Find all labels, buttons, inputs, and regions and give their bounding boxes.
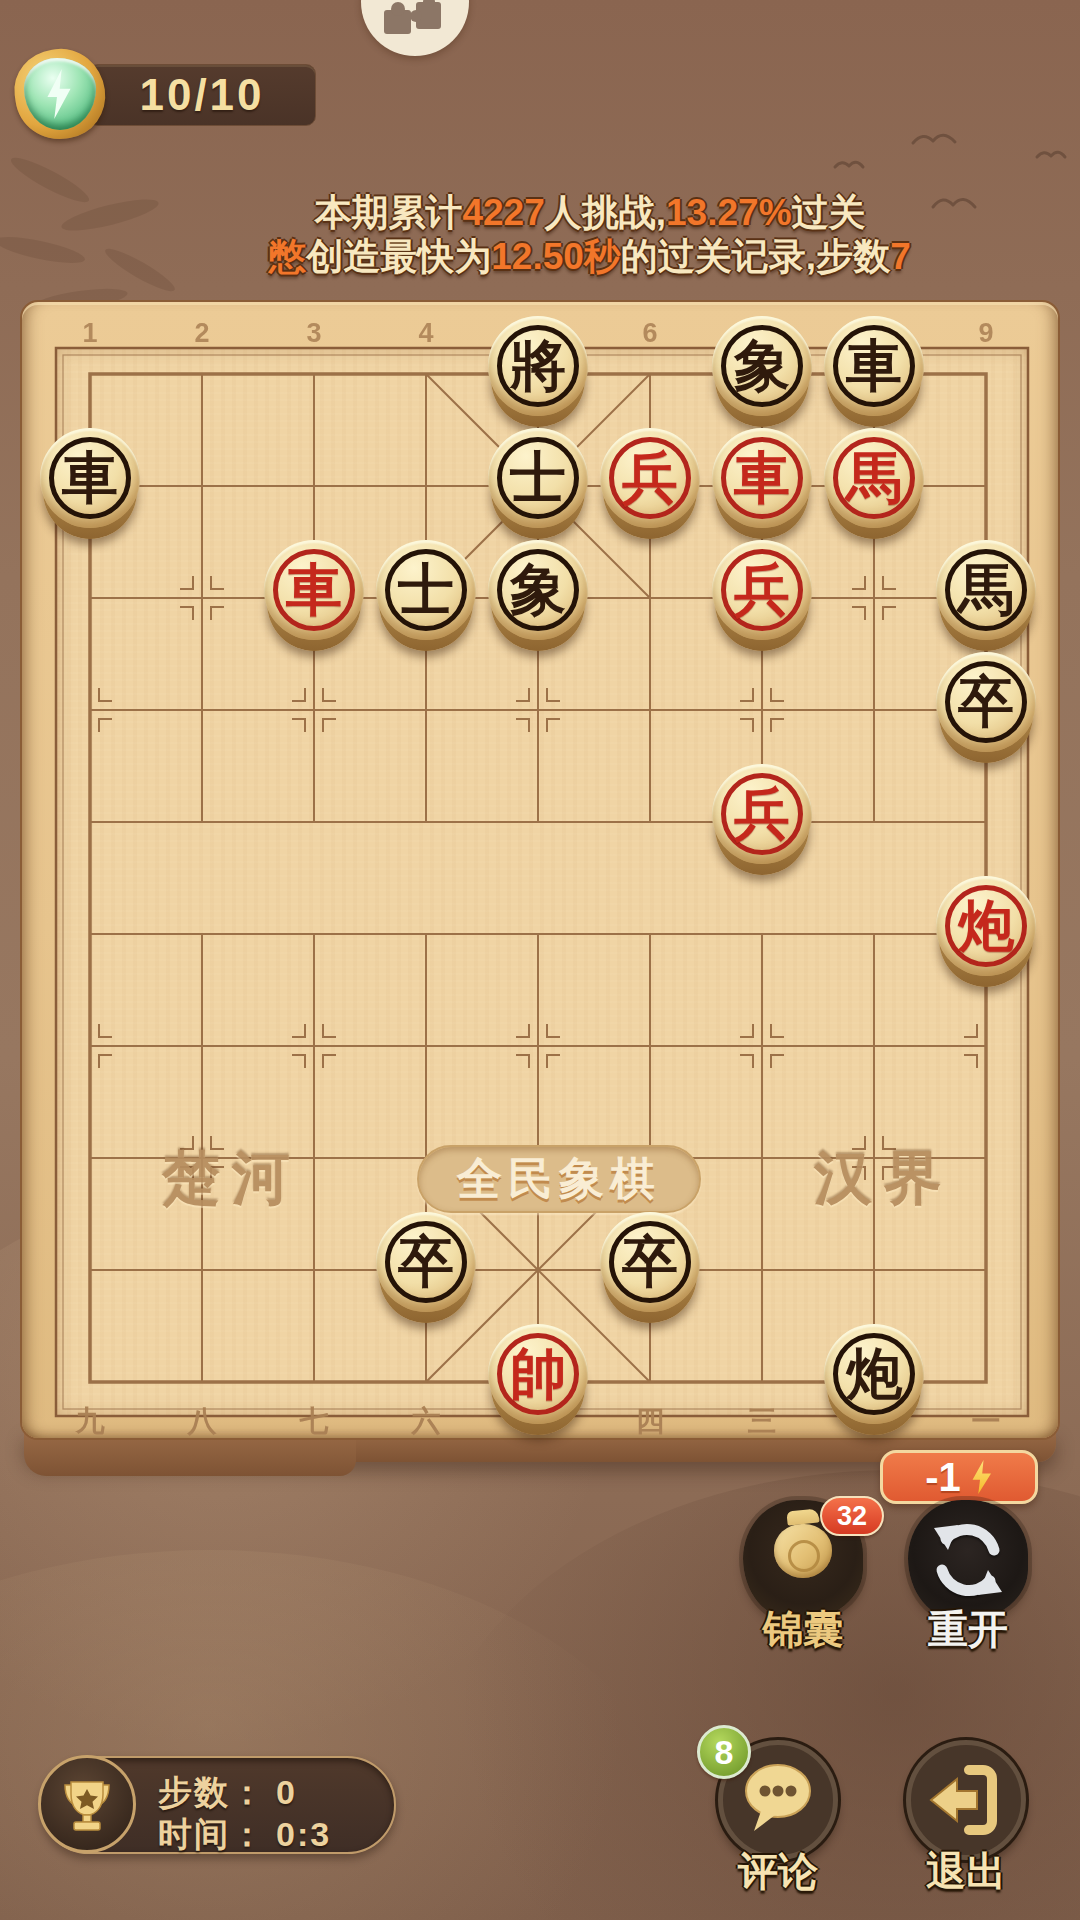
piece-red-馬[interactable]: 馬	[824, 428, 924, 540]
file-label-top: 2	[180, 318, 224, 349]
trophy-circle	[38, 1755, 136, 1853]
file-label-bottom: 九	[68, 1402, 112, 1442]
river-text-left: 楚河	[102, 1147, 362, 1211]
comments-label: 评论	[708, 1844, 848, 1899]
piece-black-象[interactable]: 象	[712, 316, 812, 428]
text: 的过关记录,步数	[621, 236, 890, 277]
piece-glyph: 車	[824, 316, 924, 416]
file-label-top: 6	[628, 318, 672, 349]
energy-cost-value: -1	[925, 1455, 961, 1500]
comments-count-badge: 8	[697, 1725, 751, 1779]
piece-black-車[interactable]: 車	[40, 428, 140, 540]
file-label-bottom: 六	[404, 1402, 448, 1442]
piece-red-兵[interactable]: 兵	[600, 428, 700, 540]
piece-black-象[interactable]: 象	[488, 540, 588, 652]
text: 人挑战,	[545, 192, 666, 233]
energy-counter: 10/10	[88, 64, 316, 126]
piece-black-馬[interactable]: 馬	[936, 540, 1036, 652]
piece-black-車[interactable]: 車	[824, 316, 924, 428]
text: 创造最快为	[306, 236, 491, 277]
exit-icon	[911, 1745, 1021, 1855]
record-stats-line: 憋创造最快为12.50秒的过关记录,步数7	[90, 232, 1080, 282]
restart-label: 重开	[898, 1602, 1038, 1657]
piece-black-將[interactable]: 將	[488, 316, 588, 428]
piece-red-兵[interactable]: 兵	[712, 540, 812, 652]
record-holder-name: 憋	[269, 236, 306, 277]
file-label-top: 4	[404, 318, 448, 349]
file-label-bottom: 一	[964, 1402, 1008, 1442]
file-label-bottom: 四	[628, 1402, 672, 1442]
piece-glyph: 車	[264, 540, 364, 640]
piece-glyph: 炮	[936, 876, 1036, 976]
record-time: 12.50秒	[491, 236, 621, 277]
stats-panel: 步数：0 时间：0:3	[40, 1756, 396, 1854]
piece-glyph: 兵	[712, 540, 812, 640]
energy-value: 10/10	[89, 65, 315, 125]
mountain-decor	[0, 1550, 680, 1920]
pass-rate: 13.27%	[666, 192, 792, 233]
moves-label: 步数：	[158, 1773, 266, 1811]
file-label-top: 3	[292, 318, 336, 349]
piece-glyph: 炮	[824, 1324, 924, 1424]
trophy-icon	[57, 1774, 117, 1834]
hint-count-badge: 32	[820, 1496, 884, 1536]
file-label-bottom: 七	[292, 1402, 336, 1442]
text: 本期累计	[314, 192, 462, 233]
energy-icon	[12, 46, 108, 142]
piece-black-卒[interactable]: 卒	[600, 1212, 700, 1324]
file-label-top: 9	[964, 318, 1008, 349]
piece-glyph: 象	[488, 540, 588, 640]
piece-black-士[interactable]: 士	[488, 428, 588, 540]
moves-value: 0	[276, 1773, 297, 1811]
time-label: 时间：	[158, 1815, 266, 1853]
time-value: 0:3	[276, 1815, 331, 1853]
exit-label: 退出	[896, 1844, 1036, 1899]
piece-glyph: 馬	[824, 428, 924, 528]
moves-row: 步数：0	[158, 1770, 398, 1810]
app-title-pill: 全民象棋	[417, 1145, 701, 1213]
money-bag-icon	[774, 1524, 832, 1578]
piece-glyph: 帥	[488, 1324, 588, 1424]
piece-black-卒[interactable]: 卒	[936, 652, 1036, 764]
piece-black-卒[interactable]: 卒	[376, 1212, 476, 1324]
piece-glyph: 兵	[600, 428, 700, 528]
piece-glyph: 卒	[600, 1212, 700, 1312]
game-screen: 10/10 本期累计4227人挑战,13.27%过关 憋创造最快为12.50秒的…	[0, 0, 1080, 1920]
piece-glyph: 士	[488, 428, 588, 528]
hint-bag-label: 锦囊	[733, 1602, 873, 1657]
challenge-stats-line: 本期累计4227人挑战,13.27%过关	[90, 188, 1080, 238]
file-label-bottom: 三	[740, 1402, 784, 1442]
piece-black-士[interactable]: 士	[376, 540, 476, 652]
piece-glyph: 車	[40, 428, 140, 528]
energy-cost-tooltip: -1	[880, 1450, 1038, 1504]
piece-red-車[interactable]: 車	[264, 540, 364, 652]
piece-glyph: 卒	[376, 1212, 476, 1312]
piece-glyph: 車	[712, 428, 812, 528]
river-text-right: 汉界	[754, 1147, 1014, 1211]
piece-glyph: 兵	[712, 764, 812, 864]
piece-red-兵[interactable]: 兵	[712, 764, 812, 876]
piece-glyph: 馬	[936, 540, 1036, 640]
piece-glyph: 象	[712, 316, 812, 416]
piece-red-車[interactable]: 車	[712, 428, 812, 540]
file-label-top: 1	[68, 318, 112, 349]
challengers-count: 4227	[462, 192, 544, 233]
piece-red-帥[interactable]: 帥	[488, 1324, 588, 1436]
piece-red-炮[interactable]: 炮	[936, 876, 1036, 988]
text: 过关	[792, 192, 866, 233]
xiangqi-board[interactable]: 123456789 九八七六五四三二一 楚河 汉界 全民象棋 將象車車士兵車馬車…	[20, 300, 1060, 1440]
refresh-icon	[918, 1510, 1018, 1610]
piece-glyph: 將	[488, 316, 588, 416]
record-steps: 7	[890, 236, 911, 277]
piece-black-炮[interactable]: 炮	[824, 1324, 924, 1436]
exit-button[interactable]	[906, 1740, 1026, 1860]
piece-glyph: 士	[376, 540, 476, 640]
lightning-icon	[971, 1460, 993, 1494]
puzzle-button[interactable]	[361, 0, 469, 56]
file-label-bottom: 八	[180, 1402, 224, 1442]
puzzle-icon	[361, 0, 465, 52]
piece-glyph: 卒	[936, 652, 1036, 752]
time-row: 时间：0:3	[158, 1812, 398, 1852]
